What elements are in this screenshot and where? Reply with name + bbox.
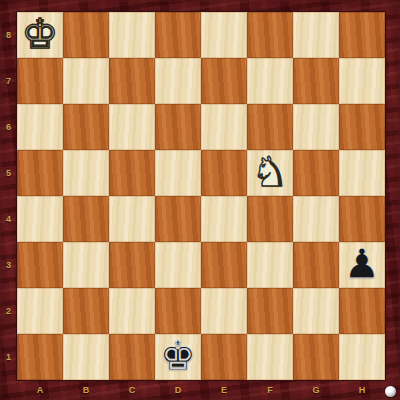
square-f5[interactable]: ♞ xyxy=(247,150,293,196)
square-c3[interactable] xyxy=(109,242,155,288)
rank-label-8: 8 xyxy=(0,12,17,58)
square-c7[interactable] xyxy=(109,58,155,104)
square-c2[interactable] xyxy=(109,288,155,334)
rank-label-7: 7 xyxy=(0,58,17,104)
file-label-a: A xyxy=(17,380,63,400)
rank-labels: 87654321 xyxy=(0,12,17,380)
square-g7[interactable] xyxy=(293,58,339,104)
square-e1[interactable] xyxy=(201,334,247,380)
file-labels: ABCDEFGH xyxy=(17,380,385,400)
rank-label-2: 2 xyxy=(0,288,17,334)
file-label-e: E xyxy=(201,380,247,400)
square-h4[interactable] xyxy=(339,196,385,242)
square-a4[interactable] xyxy=(17,196,63,242)
square-g8[interactable] xyxy=(293,12,339,58)
square-e8[interactable] xyxy=(201,12,247,58)
square-h8[interactable] xyxy=(339,12,385,58)
file-label-c: C xyxy=(109,380,155,400)
file-label-g: G xyxy=(293,380,339,400)
square-g3[interactable] xyxy=(293,242,339,288)
chess-board: ♚♞♟♚ xyxy=(17,12,385,380)
side-to-move-indicator xyxy=(385,386,396,397)
square-d3[interactable] xyxy=(155,242,201,288)
square-a5[interactable] xyxy=(17,150,63,196)
square-d8[interactable] xyxy=(155,12,201,58)
square-f3[interactable] xyxy=(247,242,293,288)
square-a6[interactable] xyxy=(17,104,63,150)
square-c4[interactable] xyxy=(109,196,155,242)
square-b6[interactable] xyxy=(63,104,109,150)
square-c6[interactable] xyxy=(109,104,155,150)
square-d7[interactable] xyxy=(155,58,201,104)
square-b1[interactable] xyxy=(63,334,109,380)
square-h3[interactable]: ♟ xyxy=(339,242,385,288)
square-d5[interactable] xyxy=(155,150,201,196)
rank-label-4: 4 xyxy=(0,196,17,242)
piece-white-knight[interactable]: ♞ xyxy=(247,150,293,196)
square-b7[interactable] xyxy=(63,58,109,104)
square-d1[interactable]: ♚ xyxy=(155,334,201,380)
board-frame: 87654321 ♚♞♟♚ ABCDEFGH xyxy=(0,0,400,400)
rank-label-5: 5 xyxy=(0,150,17,196)
rank-label-6: 6 xyxy=(0,104,17,150)
square-a3[interactable] xyxy=(17,242,63,288)
piece-black-pawn[interactable]: ♟ xyxy=(339,242,385,288)
square-f6[interactable] xyxy=(247,104,293,150)
square-g4[interactable] xyxy=(293,196,339,242)
square-e3[interactable] xyxy=(201,242,247,288)
rank-label-1: 1 xyxy=(0,334,17,380)
square-h1[interactable] xyxy=(339,334,385,380)
square-h2[interactable] xyxy=(339,288,385,334)
square-e7[interactable] xyxy=(201,58,247,104)
square-e2[interactable] xyxy=(201,288,247,334)
file-label-d: D xyxy=(155,380,201,400)
file-label-f: F xyxy=(247,380,293,400)
square-f8[interactable] xyxy=(247,12,293,58)
square-f1[interactable] xyxy=(247,334,293,380)
square-g5[interactable] xyxy=(293,150,339,196)
square-d2[interactable] xyxy=(155,288,201,334)
square-d4[interactable] xyxy=(155,196,201,242)
square-b5[interactable] xyxy=(63,150,109,196)
square-a2[interactable] xyxy=(17,288,63,334)
file-label-h: H xyxy=(339,380,385,400)
square-a7[interactable] xyxy=(17,58,63,104)
square-a1[interactable] xyxy=(17,334,63,380)
piece-white-king[interactable]: ♚ xyxy=(17,12,63,58)
square-f7[interactable] xyxy=(247,58,293,104)
square-e4[interactable] xyxy=(201,196,247,242)
file-label-b: B xyxy=(63,380,109,400)
square-g1[interactable] xyxy=(293,334,339,380)
square-g6[interactable] xyxy=(293,104,339,150)
square-c8[interactable] xyxy=(109,12,155,58)
square-b3[interactable] xyxy=(63,242,109,288)
square-f4[interactable] xyxy=(247,196,293,242)
square-c5[interactable] xyxy=(109,150,155,196)
square-b8[interactable] xyxy=(63,12,109,58)
square-e5[interactable] xyxy=(201,150,247,196)
square-d6[interactable] xyxy=(155,104,201,150)
square-b2[interactable] xyxy=(63,288,109,334)
rank-label-3: 3 xyxy=(0,242,17,288)
piece-black-king[interactable]: ♚ xyxy=(155,334,201,380)
square-b4[interactable] xyxy=(63,196,109,242)
square-h6[interactable] xyxy=(339,104,385,150)
square-c1[interactable] xyxy=(109,334,155,380)
square-h7[interactable] xyxy=(339,58,385,104)
square-g2[interactable] xyxy=(293,288,339,334)
square-a8[interactable]: ♚ xyxy=(17,12,63,58)
square-e6[interactable] xyxy=(201,104,247,150)
square-f2[interactable] xyxy=(247,288,293,334)
square-h5[interactable] xyxy=(339,150,385,196)
